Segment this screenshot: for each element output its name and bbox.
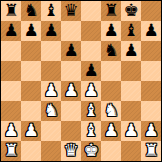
square-f7[interactable]: ♟ bbox=[101, 21, 121, 41]
square-b2[interactable]: ♟ bbox=[21, 121, 41, 141]
square-e3[interactable]: ♝ bbox=[81, 101, 101, 121]
square-c7[interactable]: ♟ bbox=[41, 21, 61, 41]
square-h6[interactable] bbox=[141, 41, 161, 61]
square-c4[interactable]: ♟ bbox=[41, 81, 61, 101]
square-f2[interactable]: ♟ bbox=[101, 121, 121, 141]
square-g6[interactable]: ♟ bbox=[121, 41, 141, 61]
black-king-icon[interactable]: ♚ bbox=[123, 1, 138, 20]
square-g8[interactable]: ♚ bbox=[121, 1, 141, 21]
square-d7[interactable] bbox=[61, 21, 81, 41]
square-f5[interactable] bbox=[101, 61, 121, 81]
white-pawn-icon[interactable]: ♟ bbox=[3, 121, 18, 140]
square-f6[interactable]: ♞ bbox=[101, 41, 121, 61]
square-b7[interactable]: ♟ bbox=[21, 21, 41, 41]
white-rook-icon[interactable]: ♜ bbox=[143, 141, 158, 160]
square-b6[interactable] bbox=[21, 41, 41, 61]
square-f3[interactable]: ♞ bbox=[101, 101, 121, 121]
white-pawn-icon[interactable]: ♟ bbox=[143, 121, 158, 140]
white-pawn-icon[interactable]: ♟ bbox=[83, 81, 98, 100]
black-queen-icon[interactable]: ♛ bbox=[63, 1, 78, 20]
square-a5[interactable] bbox=[1, 61, 21, 81]
white-pawn-icon[interactable]: ♟ bbox=[103, 121, 118, 140]
square-a4[interactable] bbox=[1, 81, 21, 101]
square-e7[interactable] bbox=[81, 21, 101, 41]
square-f4[interactable] bbox=[101, 81, 121, 101]
square-f8[interactable]: ♜ bbox=[101, 1, 121, 21]
square-d2[interactable] bbox=[61, 121, 81, 141]
black-pawn-icon[interactable]: ♟ bbox=[23, 21, 38, 40]
square-h7[interactable]: ♟ bbox=[141, 21, 161, 41]
square-e2[interactable]: ♝ bbox=[81, 121, 101, 141]
square-g4[interactable] bbox=[121, 81, 141, 101]
square-d3[interactable] bbox=[61, 101, 81, 121]
square-c1[interactable] bbox=[41, 141, 61, 161]
square-b8[interactable]: ♞ bbox=[21, 1, 41, 21]
square-g7[interactable]: ♝ bbox=[121, 21, 141, 41]
square-b4[interactable] bbox=[21, 81, 41, 101]
black-bishop-icon[interactable]: ♝ bbox=[123, 21, 138, 40]
square-h5[interactable] bbox=[141, 61, 161, 81]
square-d1[interactable]: ♛ bbox=[61, 141, 81, 161]
square-a6[interactable] bbox=[1, 41, 21, 61]
chess-board: ♜♞♝♛♜♚♟♟♟♟♝♟♟♞♟♟♟♟♟♞♝♞♟♟♝♟♟♟♜♛♚♜ bbox=[0, 0, 162, 162]
square-d4[interactable]: ♟ bbox=[61, 81, 81, 101]
square-c8[interactable]: ♝ bbox=[41, 1, 61, 21]
square-g3[interactable] bbox=[121, 101, 141, 121]
white-king-icon[interactable]: ♚ bbox=[83, 141, 98, 160]
square-a7[interactable]: ♟ bbox=[1, 21, 21, 41]
white-rook-icon[interactable]: ♜ bbox=[3, 141, 18, 160]
black-rook-icon[interactable]: ♜ bbox=[3, 1, 18, 20]
square-a1[interactable]: ♜ bbox=[1, 141, 21, 161]
black-knight-icon[interactable]: ♞ bbox=[103, 41, 118, 60]
white-knight-icon[interactable]: ♞ bbox=[103, 101, 118, 120]
black-pawn-icon[interactable]: ♟ bbox=[143, 21, 158, 40]
white-queen-icon[interactable]: ♛ bbox=[63, 141, 78, 160]
square-e5[interactable]: ♟ bbox=[81, 61, 101, 81]
white-pawn-icon[interactable]: ♟ bbox=[63, 81, 78, 100]
square-g5[interactable] bbox=[121, 61, 141, 81]
square-g2[interactable]: ♟ bbox=[121, 121, 141, 141]
square-e6[interactable] bbox=[81, 41, 101, 61]
square-h4[interactable] bbox=[141, 81, 161, 101]
black-pawn-icon[interactable]: ♟ bbox=[3, 21, 18, 40]
square-h8[interactable] bbox=[141, 1, 161, 21]
square-d8[interactable]: ♛ bbox=[61, 1, 81, 21]
square-a8[interactable]: ♜ bbox=[1, 1, 21, 21]
square-d6[interactable]: ♟ bbox=[61, 41, 81, 61]
black-pawn-icon[interactable]: ♟ bbox=[83, 61, 98, 80]
black-pawn-icon[interactable]: ♟ bbox=[123, 41, 138, 60]
square-b5[interactable] bbox=[21, 61, 41, 81]
square-a2[interactable]: ♟ bbox=[1, 121, 21, 141]
square-f1[interactable] bbox=[101, 141, 121, 161]
square-d5[interactable] bbox=[61, 61, 81, 81]
square-e1[interactable]: ♚ bbox=[81, 141, 101, 161]
white-bishop-icon[interactable]: ♝ bbox=[83, 101, 98, 120]
square-h2[interactable]: ♟ bbox=[141, 121, 161, 141]
square-c5[interactable] bbox=[41, 61, 61, 81]
white-pawn-icon[interactable]: ♟ bbox=[43, 81, 58, 100]
square-c2[interactable] bbox=[41, 121, 61, 141]
square-e8[interactable] bbox=[81, 1, 101, 21]
white-bishop-icon[interactable]: ♝ bbox=[83, 121, 98, 140]
square-c6[interactable] bbox=[41, 41, 61, 61]
white-pawn-icon[interactable]: ♟ bbox=[23, 121, 38, 140]
square-a3[interactable] bbox=[1, 101, 21, 121]
black-rook-icon[interactable]: ♜ bbox=[103, 1, 118, 20]
square-g1[interactable] bbox=[121, 141, 141, 161]
square-c3[interactable]: ♞ bbox=[41, 101, 61, 121]
black-pawn-icon[interactable]: ♟ bbox=[103, 21, 118, 40]
square-h1[interactable]: ♜ bbox=[141, 141, 161, 161]
black-bishop-icon[interactable]: ♝ bbox=[43, 1, 58, 20]
black-pawn-icon[interactable]: ♟ bbox=[43, 21, 58, 40]
black-knight-icon[interactable]: ♞ bbox=[23, 1, 38, 20]
square-b1[interactable] bbox=[21, 141, 41, 161]
white-knight-icon[interactable]: ♞ bbox=[43, 101, 58, 120]
black-pawn-icon[interactable]: ♟ bbox=[63, 41, 78, 60]
square-h3[interactable] bbox=[141, 101, 161, 121]
square-b3[interactable] bbox=[21, 101, 41, 121]
square-e4[interactable]: ♟ bbox=[81, 81, 101, 101]
white-pawn-icon[interactable]: ♟ bbox=[123, 121, 138, 140]
